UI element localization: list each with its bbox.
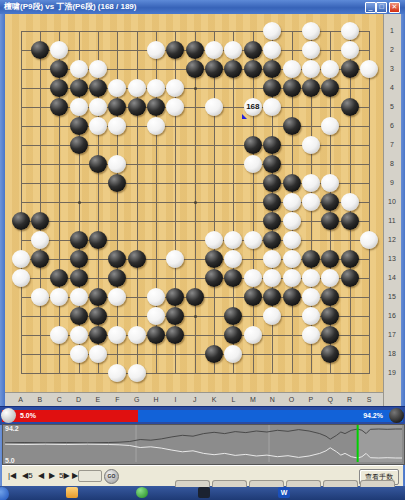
white-stone[interactable] [341,22,359,40]
white-stone[interactable] [302,326,320,344]
white-stone[interactable] [244,326,262,344]
black-stone[interactable] [108,98,126,116]
white-stone[interactable] [302,288,320,306]
black-stone[interactable] [166,288,184,306]
white-stone[interactable] [302,174,320,192]
white-stone[interactable] [321,269,339,287]
white-stone[interactable] [224,250,242,268]
black-stone[interactable] [166,307,184,325]
black-stone[interactable] [12,212,30,230]
white-stone[interactable] [224,231,242,249]
black-stone[interactable] [341,250,359,268]
black-stone[interactable] [224,60,242,78]
white-stone[interactable] [50,326,68,344]
column-label: D [74,396,84,403]
white-stone[interactable] [108,288,126,306]
black-winrate-label: 94.2% [363,412,383,419]
black-stone[interactable] [89,326,107,344]
black-stone[interactable] [321,79,339,97]
white-stone[interactable] [70,326,88,344]
white-stone[interactable] [244,269,262,287]
white-stone[interactable] [70,98,88,116]
white-stone[interactable] [166,98,184,116]
green-app-icon[interactable] [136,487,148,498]
row-coordinates: 12345678910111213141516171819 [383,14,401,406]
row-label: 6 [384,122,400,129]
white-stone[interactable] [283,60,301,78]
column-label: I [170,396,180,403]
grid-line [21,373,370,374]
row-label: 10 [384,198,400,205]
row-label: 9 [384,179,400,186]
black-stone[interactable] [224,307,242,325]
white-stone[interactable] [224,345,242,363]
white-stone[interactable] [341,193,359,211]
maximize-button[interactable]: □ [376,2,387,13]
taskbar-button[interactable] [175,480,210,487]
column-label: N [267,396,277,403]
white-stone[interactable] [205,231,223,249]
star-point [194,315,197,318]
column-label: Q [325,396,335,403]
white-stone[interactable] [302,269,320,287]
row-label: 17 [384,331,400,338]
black-stone[interactable] [50,269,68,287]
black-stone[interactable] [50,60,68,78]
column-label: E [93,396,103,403]
close-button[interactable]: ✕ [389,2,400,13]
white-stone[interactable] [108,79,126,97]
white-stone[interactable] [31,288,49,306]
go-button[interactable]: GO [104,469,119,484]
black-stone[interactable] [147,98,165,116]
winrate-black-segment: 5.0% 94.2% [2,410,403,422]
black-stone-icon [389,408,404,423]
white-stone[interactable] [147,41,165,59]
last-move-marker-icon [242,114,247,119]
black-stone[interactable] [89,288,107,306]
row-label: 18 [384,350,400,357]
white-stone[interactable] [147,117,165,135]
column-label: O [287,396,297,403]
white-stone[interactable] [205,41,223,59]
forward-button[interactable]: ▶ [49,471,55,481]
row-label: 5 [384,103,400,110]
white-stone[interactable] [244,231,262,249]
folder-icon[interactable] [66,487,78,498]
graph-min-label: 5.0 [5,457,15,464]
white-winrate-label: 5.0% [20,412,36,419]
black-stone[interactable] [166,326,184,344]
white-stone[interactable] [50,288,68,306]
black-stone[interactable] [321,193,339,211]
app-window: 檀啸(P9段) vs 丁浩(P6段) (168 / 189) _ □ ✕ 168… [0,0,405,500]
black-stone[interactable] [244,136,262,154]
white-stone[interactable] [283,193,301,211]
white-stone[interactable] [283,269,301,287]
black-stone[interactable] [70,250,88,268]
black-stone[interactable] [70,79,88,97]
white-stone[interactable] [244,155,262,173]
black-stone[interactable] [341,269,359,287]
row-label: 14 [384,274,400,281]
row-label: 1 [384,27,400,34]
black-stone[interactable] [89,307,107,325]
white-stone[interactable] [108,364,126,382]
white-stone[interactable] [360,60,378,78]
star-point [194,87,197,90]
black-stone[interactable] [283,288,301,306]
white-stone[interactable] [302,193,320,211]
black-stone[interactable] [341,98,359,116]
row-label: 12 [384,236,400,243]
black-stone[interactable] [108,250,126,268]
white-stone[interactable] [263,22,281,40]
white-stone[interactable] [263,250,281,268]
black-stone[interactable] [50,98,68,116]
black-stone[interactable] [341,60,359,78]
column-label: J [190,396,200,403]
black-stone[interactable] [263,136,281,154]
black-stone[interactable] [70,307,88,325]
black-stone[interactable] [108,269,126,287]
column-label: M [248,396,258,403]
window-title: 檀啸(P9段) vs 丁浩(P6段) (168 / 189) [4,1,136,12]
white-stone[interactable] [108,117,126,135]
black-stone[interactable] [302,79,320,97]
column-label: L [228,396,238,403]
black-stone[interactable] [147,326,165,344]
taskbar[interactable]: W [0,486,405,500]
black-stone[interactable] [186,288,204,306]
column-label: A [16,396,26,403]
black-stone[interactable] [89,231,107,249]
black-stone[interactable] [205,60,223,78]
white-stone[interactable] [147,288,165,306]
white-stone[interactable] [12,269,30,287]
white-stone[interactable] [166,79,184,97]
white-stone[interactable] [89,117,107,135]
row-label: 2 [384,46,400,53]
white-stone[interactable] [12,250,30,268]
column-label: B [35,396,45,403]
black-stone[interactable] [166,41,184,59]
black-stone[interactable] [70,136,88,154]
taskbar-button[interactable] [212,480,247,487]
white-stone[interactable] [128,79,146,97]
black-stone[interactable] [263,231,281,249]
white-stone[interactable] [321,117,339,135]
row-label: 19 [384,369,400,376]
black-stone[interactable] [205,250,223,268]
black-stone[interactable] [128,250,146,268]
black-stone[interactable] [283,117,301,135]
white-stone[interactable] [31,231,49,249]
black-stone[interactable] [186,60,204,78]
column-label: P [306,396,316,403]
black-stone[interactable] [70,269,88,287]
black-stone[interactable] [205,345,223,363]
black-stone[interactable] [70,117,88,135]
white-stone[interactable] [166,250,184,268]
grid-line [21,164,370,165]
white-stone[interactable] [302,41,320,59]
column-label: G [132,396,142,403]
black-stone[interactable] [244,41,262,59]
winrate-bar: 5.0% 94.2% [0,406,405,425]
column-label: H [151,396,161,403]
white-stone[interactable] [263,98,281,116]
white-stone[interactable] [321,60,339,78]
start-orb-icon[interactable] [0,487,9,500]
black-stone[interactable] [128,98,146,116]
black-stone[interactable] [263,174,281,192]
white-stone[interactable] [147,307,165,325]
black-stone[interactable] [263,212,281,230]
row-label: 16 [384,312,400,319]
white-stone[interactable] [70,60,88,78]
star-point [78,201,81,204]
white-stone[interactable] [224,41,242,59]
black-stone[interactable] [89,79,107,97]
white-stone[interactable] [263,41,281,59]
black-stone[interactable] [50,79,68,97]
white-stone[interactable] [302,136,320,154]
white-stone[interactable] [89,98,107,116]
black-stone[interactable] [186,41,204,59]
dark-app-icon[interactable] [198,487,210,498]
title-bar[interactable]: 檀啸(P9段) vs 丁浩(P6段) (168 / 189) _ □ ✕ [0,0,405,14]
black-stone[interactable] [283,79,301,97]
black-stone[interactable] [70,231,88,249]
black-stone[interactable] [263,193,281,211]
black-stone[interactable] [263,155,281,173]
white-stone[interactable] [108,326,126,344]
black-stone[interactable] [224,269,242,287]
row-label: 11 [384,217,400,224]
column-label: R [345,396,355,403]
black-stone[interactable] [321,345,339,363]
white-stone[interactable] [205,98,223,116]
black-stone[interactable] [244,60,262,78]
black-stone[interactable] [321,307,339,325]
winrate-graph[interactable]: 94.2 5.0 [2,424,405,465]
white-stone[interactable] [341,41,359,59]
black-stone[interactable] [244,288,262,306]
white-stone[interactable] [108,155,126,173]
white-stone[interactable] [70,345,88,363]
forward-5-button[interactable]: 5▶ [59,471,70,481]
row-label: 3 [384,65,400,72]
black-stone[interactable] [108,174,126,192]
last-move-number: 168 [244,102,262,111]
black-stone[interactable] [263,79,281,97]
black-stone[interactable] [263,288,281,306]
row-label: 15 [384,293,400,300]
row-label: 8 [384,160,400,167]
word-app-icon[interactable]: W [278,487,290,498]
white-stone[interactable] [283,231,301,249]
black-stone[interactable] [89,155,107,173]
white-stone[interactable] [302,60,320,78]
column-label: C [54,396,64,403]
white-stone[interactable] [321,174,339,192]
black-stone[interactable] [205,269,223,287]
minimize-button[interactable]: _ [365,2,376,13]
star-point [194,201,197,204]
taskbar-button[interactable] [286,480,321,487]
first-move-button[interactable]: |◀ [8,471,16,481]
taskbar-button[interactable] [360,480,395,487]
white-stone[interactable] [360,231,378,249]
white-stone[interactable] [147,79,165,97]
row-label: 7 [384,141,400,148]
column-coordinates: ABCDEFGHIJKLMNOPQRS [5,392,383,407]
grid-line [21,221,370,222]
black-stone[interactable] [31,212,49,230]
white-stone[interactable] [50,41,68,59]
taskbar-button[interactable] [249,480,284,487]
taskbar-button[interactable] [323,480,358,487]
white-stone[interactable] [302,307,320,325]
go-board[interactable]: 168 [5,14,383,392]
black-stone[interactable] [224,326,242,344]
white-stone[interactable] [263,307,281,325]
row-label: 13 [384,255,400,262]
black-stone[interactable] [321,212,339,230]
black-stone[interactable] [341,212,359,230]
back-5-button[interactable]: ◀5 [22,471,33,481]
column-label: S [364,396,374,403]
black-stone[interactable] [302,250,320,268]
white-stone[interactable] [89,60,107,78]
black-stone[interactable] [321,288,339,306]
graph-max-label: 94.2 [5,425,19,432]
white-stone[interactable] [70,288,88,306]
black-stone[interactable] [31,41,49,59]
move-number-input[interactable] [78,470,102,482]
white-stone[interactable] [89,345,107,363]
back-button[interactable]: ◀ [38,471,44,481]
column-label: F [112,396,122,403]
white-stone[interactable] [263,269,281,287]
black-stone[interactable] [321,250,339,268]
black-stone[interactable] [263,60,281,78]
winrate-curves [3,425,402,462]
white-stone-icon [1,408,16,423]
white-stone[interactable] [283,212,301,230]
white-stone[interactable] [128,326,146,344]
row-label: 4 [384,84,400,91]
white-stone[interactable] [302,22,320,40]
column-label: K [209,396,219,403]
white-stone[interactable] [283,250,301,268]
black-stone[interactable] [283,174,301,192]
black-stone[interactable] [31,250,49,268]
black-stone[interactable] [321,326,339,344]
white-stone[interactable] [128,364,146,382]
